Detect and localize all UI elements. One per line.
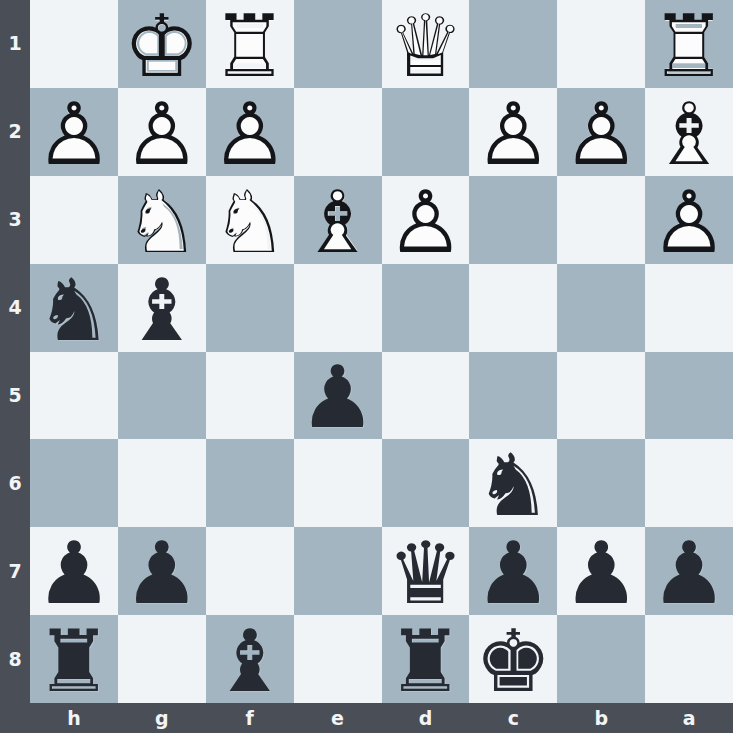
piece-white-bishop: ♝♗: [294, 178, 382, 266]
square-f6[interactable]: [206, 439, 294, 527]
square-a4[interactable]: [645, 264, 733, 352]
square-h6[interactable]: [30, 439, 118, 527]
white-piece-outline: ♙: [475, 91, 552, 177]
rank-label-3: 3: [0, 176, 30, 264]
square-a7[interactable]: ♟: [645, 527, 733, 615]
square-e1[interactable]: [294, 0, 382, 88]
white-piece-outline: ♗: [299, 179, 376, 265]
square-d8[interactable]: ♜: [382, 615, 470, 703]
white-piece-outline: ♙: [123, 91, 200, 177]
square-f5[interactable]: [206, 352, 294, 440]
piece-black-rook: ♜: [382, 617, 470, 705]
rank-label-8: 8: [0, 615, 30, 703]
piece-white-pawn: ♟♙: [382, 178, 470, 266]
square-e5[interactable]: ♟: [294, 352, 382, 440]
black-piece-glyph: ♝: [211, 618, 288, 704]
white-piece-outline: ♖: [211, 3, 288, 89]
square-b8[interactable]: [557, 615, 645, 703]
piece-white-knight: ♞♘: [206, 178, 294, 266]
square-e8[interactable]: [294, 615, 382, 703]
square-h4[interactable]: ♞: [30, 264, 118, 352]
square-c6[interactable]: ♞: [469, 439, 557, 527]
black-piece-glyph: ♟: [299, 354, 376, 440]
chess-board: ♚♔♜♖♛♕♜♖♟♙♟♙♟♙♟♙♟♙♝♗♞♘♞♘♝♗♟♙♟♙♞♝♟♞♟♟♛♟♟♟…: [30, 0, 733, 703]
square-e3[interactable]: ♝♗: [294, 176, 382, 264]
square-b5[interactable]: [557, 352, 645, 440]
piece-black-pawn: ♟: [469, 529, 557, 617]
square-b7[interactable]: ♟: [557, 527, 645, 615]
square-d6[interactable]: [382, 439, 470, 527]
white-piece-outline: ♔: [123, 3, 200, 89]
rank-label-1: 1: [0, 0, 30, 88]
square-c2[interactable]: ♟♙: [469, 88, 557, 176]
square-a5[interactable]: [645, 352, 733, 440]
square-d2[interactable]: [382, 88, 470, 176]
piece-white-rook: ♜♖: [206, 2, 294, 90]
square-e6[interactable]: [294, 439, 382, 527]
square-h5[interactable]: [30, 352, 118, 440]
black-piece-glyph: ♛: [387, 530, 464, 616]
square-c4[interactable]: [469, 264, 557, 352]
square-b1[interactable]: [557, 0, 645, 88]
file-label-a: a: [645, 703, 733, 733]
square-f2[interactable]: ♟♙: [206, 88, 294, 176]
chess-diagram: 12345678 ♚♔♜♖♛♕♜♖♟♙♟♙♟♙♟♙♟♙♝♗♞♘♞♘♝♗♟♙♟♙♞…: [0, 0, 733, 733]
square-c3[interactable]: [469, 176, 557, 264]
square-d3[interactable]: ♟♙: [382, 176, 470, 264]
black-piece-glyph: ♜: [387, 618, 464, 704]
black-piece-glyph: ♞: [35, 267, 112, 353]
square-g2[interactable]: ♟♙: [118, 88, 206, 176]
piece-white-pawn: ♟♙: [118, 90, 206, 178]
white-piece-outline: ♙: [35, 91, 112, 177]
square-f4[interactable]: [206, 264, 294, 352]
square-g4[interactable]: ♝: [118, 264, 206, 352]
black-piece-glyph: ♟: [123, 530, 200, 616]
square-f7[interactable]: [206, 527, 294, 615]
piece-white-queen: ♛♕: [382, 2, 470, 90]
square-d5[interactable]: [382, 352, 470, 440]
piece-black-rook: ♜: [30, 617, 118, 705]
piece-white-pawn: ♟♙: [206, 90, 294, 178]
square-f1[interactable]: ♜♖: [206, 0, 294, 88]
white-piece-outline: ♙: [211, 91, 288, 177]
black-piece-glyph: ♚: [475, 618, 552, 704]
square-g1[interactable]: ♚♔: [118, 0, 206, 88]
piece-black-pawn: ♟: [118, 529, 206, 617]
square-g6[interactable]: [118, 439, 206, 527]
square-d7[interactable]: ♛: [382, 527, 470, 615]
square-e4[interactable]: [294, 264, 382, 352]
white-piece-outline: ♘: [211, 179, 288, 265]
black-piece-glyph: ♟: [651, 530, 728, 616]
square-h1[interactable]: [30, 0, 118, 88]
square-a3[interactable]: ♟♙: [645, 176, 733, 264]
white-piece-outline: ♘: [123, 179, 200, 265]
piece-white-rook: ♜♖: [645, 2, 733, 90]
piece-black-pawn: ♟: [294, 354, 382, 442]
square-h7[interactable]: ♟: [30, 527, 118, 615]
rank-labels: 12345678: [0, 0, 30, 703]
frame-corner: [0, 703, 30, 733]
square-b2[interactable]: ♟♙: [557, 88, 645, 176]
white-piece-outline: ♕: [387, 3, 464, 89]
black-piece-glyph: ♟: [563, 530, 640, 616]
rank-label-4: 4: [0, 264, 30, 352]
black-piece-glyph: ♞: [475, 442, 552, 528]
square-c8[interactable]: ♚: [469, 615, 557, 703]
square-g3[interactable]: ♞♘: [118, 176, 206, 264]
black-piece-glyph: ♝: [123, 267, 200, 353]
black-piece-glyph: ♜: [35, 618, 112, 704]
square-g8[interactable]: [118, 615, 206, 703]
white-piece-outline: ♙: [651, 179, 728, 265]
piece-white-pawn: ♟♙: [30, 90, 118, 178]
square-c1[interactable]: [469, 0, 557, 88]
square-c7[interactable]: ♟: [469, 527, 557, 615]
square-b6[interactable]: [557, 439, 645, 527]
white-piece-outline: ♗: [651, 91, 728, 177]
black-piece-glyph: ♟: [35, 530, 112, 616]
square-a2[interactable]: ♝♗: [645, 88, 733, 176]
square-b3[interactable]: [557, 176, 645, 264]
piece-black-knight: ♞: [30, 266, 118, 354]
square-c5[interactable]: [469, 352, 557, 440]
white-piece-outline: ♖: [651, 3, 728, 89]
piece-white-bishop: ♝♗: [645, 90, 733, 178]
piece-black-pawn: ♟: [557, 529, 645, 617]
piece-white-knight: ♞♘: [118, 178, 206, 266]
rank-label-5: 5: [0, 352, 30, 440]
piece-black-king: ♚: [469, 617, 557, 705]
piece-black-bishop: ♝: [118, 266, 206, 354]
square-e2[interactable]: [294, 88, 382, 176]
square-b4[interactable]: [557, 264, 645, 352]
square-h2[interactable]: ♟♙: [30, 88, 118, 176]
square-a1[interactable]: ♜♖: [645, 0, 733, 88]
piece-white-pawn: ♟♙: [469, 90, 557, 178]
file-labels: hgfedcba: [30, 703, 733, 733]
file-label-b: b: [557, 703, 645, 733]
square-f8[interactable]: ♝: [206, 615, 294, 703]
piece-white-king: ♚♔: [118, 2, 206, 90]
piece-white-pawn: ♟♙: [557, 90, 645, 178]
black-piece-glyph: ♟: [475, 530, 552, 616]
piece-black-bishop: ♝: [206, 617, 294, 705]
square-e7[interactable]: [294, 527, 382, 615]
square-f3[interactable]: ♞♘: [206, 176, 294, 264]
square-d1[interactable]: ♛♕: [382, 0, 470, 88]
square-h3[interactable]: [30, 176, 118, 264]
white-piece-outline: ♙: [387, 179, 464, 265]
square-h8[interactable]: ♜: [30, 615, 118, 703]
piece-black-queen: ♛: [382, 529, 470, 617]
square-d4[interactable]: [382, 264, 470, 352]
file-label-e: e: [294, 703, 382, 733]
piece-black-pawn: ♟: [645, 529, 733, 617]
piece-black-knight: ♞: [469, 441, 557, 529]
piece-black-pawn: ♟: [30, 529, 118, 617]
white-piece-outline: ♙: [563, 91, 640, 177]
square-g5[interactable]: [118, 352, 206, 440]
file-label-g: g: [118, 703, 206, 733]
rank-label-7: 7: [0, 527, 30, 615]
rank-label-6: 6: [0, 439, 30, 527]
square-g7[interactable]: ♟: [118, 527, 206, 615]
piece-white-pawn: ♟♙: [645, 178, 733, 266]
rank-label-2: 2: [0, 88, 30, 176]
square-a8[interactable]: [645, 615, 733, 703]
square-a6[interactable]: [645, 439, 733, 527]
